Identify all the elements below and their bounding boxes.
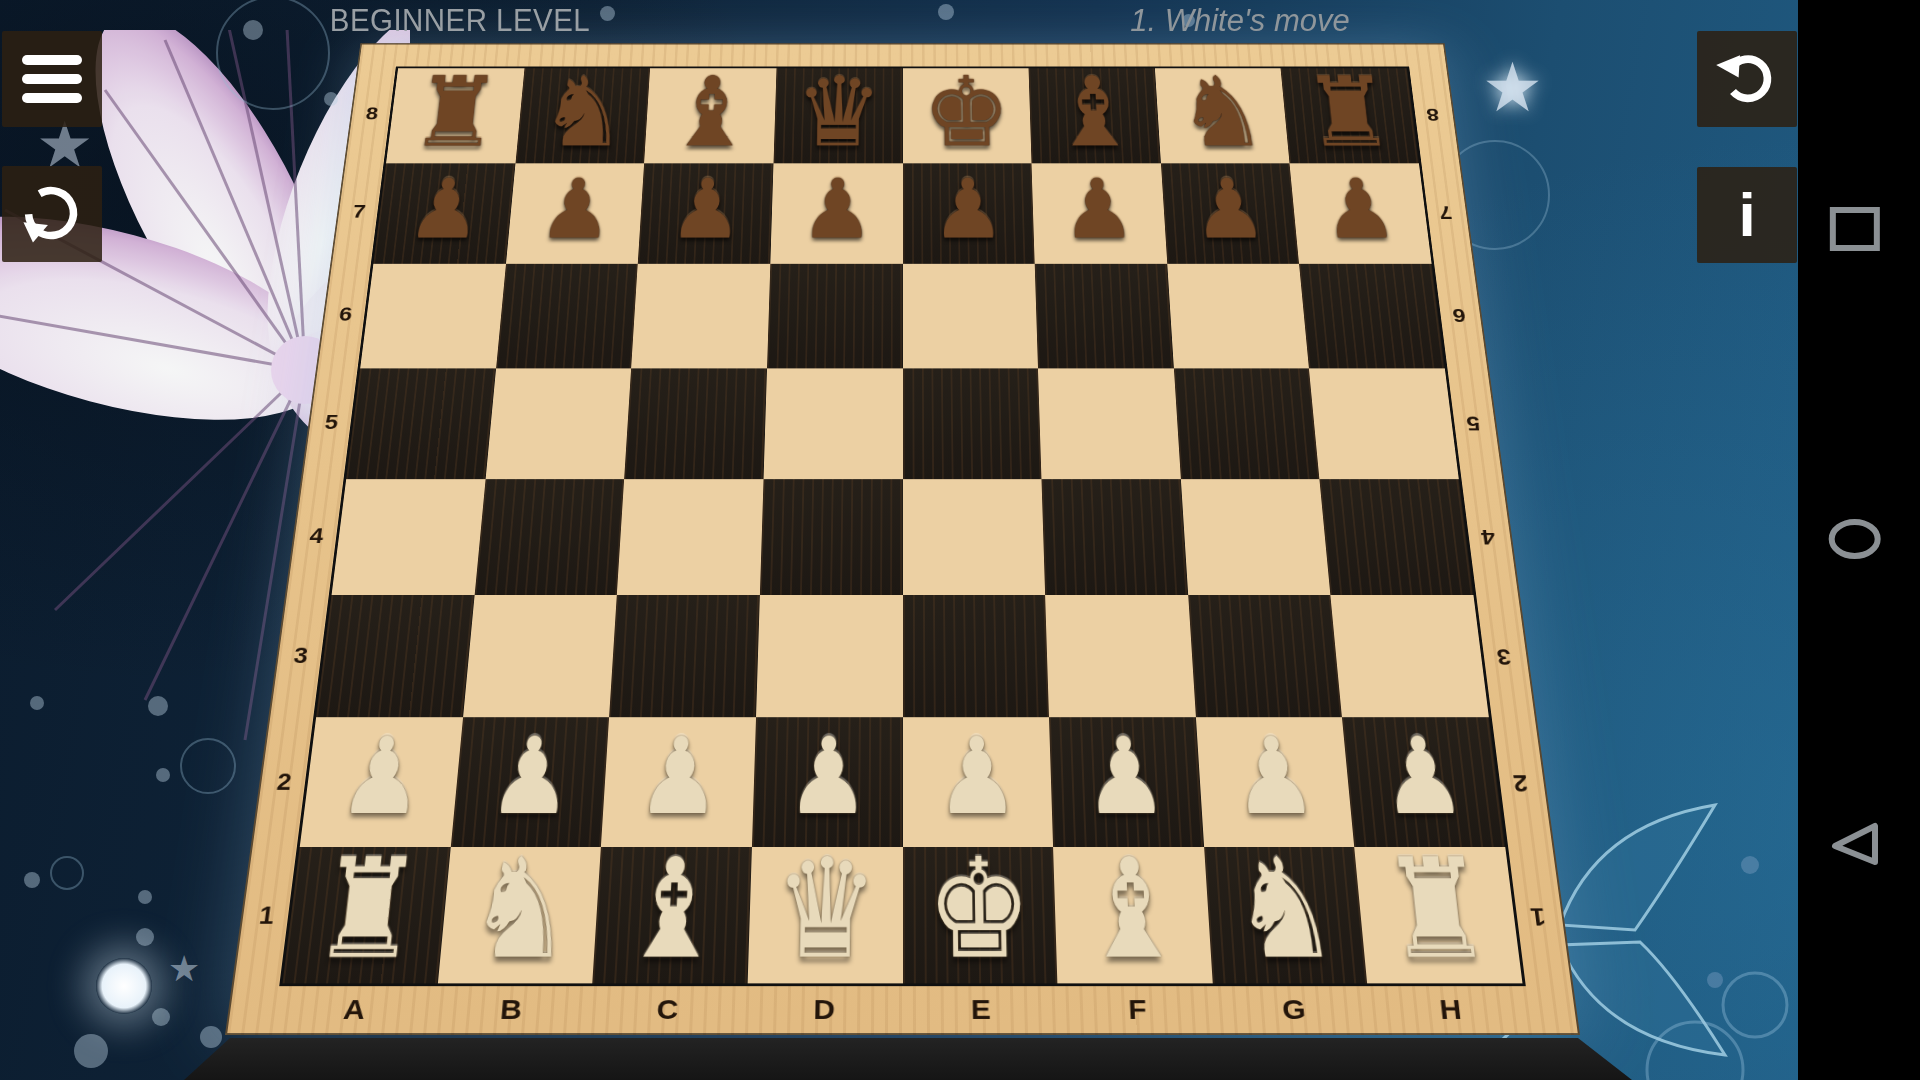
- bokeh-dot: [24, 872, 40, 888]
- square-f2[interactable]: ♟: [1049, 717, 1204, 846]
- square-d3[interactable]: [756, 595, 903, 717]
- square-a2[interactable]: ♟: [300, 717, 463, 846]
- square-h7[interactable]: ♟: [1290, 164, 1432, 264]
- bokeh-ring: [50, 856, 84, 890]
- square-h3[interactable]: [1331, 595, 1489, 717]
- square-e8[interactable]: ♚: [903, 68, 1032, 163]
- square-b1[interactable]: ♞: [438, 847, 602, 984]
- square-e7[interactable]: ♟: [903, 164, 1035, 264]
- coordinate-label: F: [1058, 988, 1217, 1031]
- square-d7[interactable]: ♟: [770, 164, 902, 264]
- bokeh-dot: [138, 890, 152, 904]
- home-circle-icon[interactable]: [1828, 518, 1882, 560]
- square-f6[interactable]: [1035, 264, 1174, 369]
- square-e4[interactable]: [903, 479, 1046, 595]
- square-a7[interactable]: ♟: [373, 164, 515, 264]
- bokeh-dot-bright: [96, 958, 152, 1014]
- coordinate-label: H: [1370, 988, 1531, 1031]
- bokeh-dot: [200, 1026, 222, 1048]
- square-c5[interactable]: [624, 369, 767, 479]
- square-a1[interactable]: ♜: [283, 847, 451, 984]
- square-f3[interactable]: [1045, 595, 1195, 717]
- square-a6[interactable]: [360, 264, 506, 369]
- square-f4[interactable]: [1042, 479, 1188, 595]
- bokeh-dot: [938, 4, 954, 20]
- square-c7[interactable]: ♟: [638, 164, 773, 264]
- info-button[interactable]: i: [1697, 167, 1797, 263]
- square-f7[interactable]: ♟: [1032, 164, 1167, 264]
- square-b4[interactable]: [474, 479, 624, 595]
- square-d2[interactable]: ♟: [752, 717, 903, 846]
- square-g7[interactable]: ♟: [1161, 164, 1300, 264]
- square-d1[interactable]: ♛: [748, 847, 903, 984]
- square-d5[interactable]: [763, 369, 902, 479]
- square-c4[interactable]: [617, 479, 763, 595]
- coordinate-label: E: [903, 988, 1060, 1031]
- bokeh-dot: [243, 20, 263, 40]
- chess-board: ♜♞♝♛♚♝♞♜♟♟♟♟♟♟♟♟♟♟♟♟♟♟♟♟♜♞♝♛♚♝♞♜ 8765432…: [225, 43, 1580, 1035]
- square-c3[interactable]: [609, 595, 759, 717]
- square-d4[interactable]: [760, 479, 903, 595]
- square-e6[interactable]: [903, 264, 1039, 369]
- square-a8[interactable]: ♜: [386, 68, 524, 163]
- square-d6[interactable]: [767, 264, 903, 369]
- square-a5[interactable]: [346, 369, 496, 479]
- square-b7[interactable]: ♟: [506, 164, 645, 264]
- square-g1[interactable]: ♞: [1204, 847, 1368, 984]
- board-front-edge: [0, 1038, 1920, 1080]
- rotate-icon: [18, 180, 86, 248]
- square-d8[interactable]: ♛: [773, 68, 902, 163]
- difficulty-level-label: BEGINNER LEVEL: [308, 3, 612, 39]
- bokeh-dot: [324, 92, 338, 106]
- square-e5[interactable]: [903, 369, 1042, 479]
- bokeh-ring: [180, 738, 236, 794]
- square-f5[interactable]: [1038, 369, 1181, 479]
- square-h1[interactable]: ♜: [1355, 847, 1523, 984]
- recents-square-icon[interactable]: [1829, 206, 1881, 252]
- board-squares: ♜♞♝♛♚♝♞♜♟♟♟♟♟♟♟♟♟♟♟♟♟♟♟♟♜♞♝♛♚♝♞♜: [279, 67, 1526, 987]
- bokeh-dot: [156, 768, 170, 782]
- square-g6[interactable]: [1167, 264, 1309, 369]
- square-b2[interactable]: ♟: [450, 717, 609, 846]
- bokeh-dot: [136, 928, 154, 946]
- undo-button[interactable]: [1697, 31, 1797, 127]
- square-h4[interactable]: [1320, 479, 1474, 595]
- bokeh-dot: [152, 1008, 170, 1026]
- square-a3[interactable]: [316, 595, 474, 717]
- square-g2[interactable]: ♟: [1196, 717, 1355, 846]
- square-h2[interactable]: ♟: [1342, 717, 1505, 846]
- rotate-board-button[interactable]: [2, 166, 102, 262]
- bokeh-dot: [30, 696, 44, 710]
- square-g5[interactable]: [1174, 369, 1320, 479]
- app-screen: ★ ★ ★ ★ ♜♞♝♛♚♝♞♜♟♟♟♟♟♟♟♟♟♟♟♟♟♟♟♟♜♞♝♛♚♝♞♜…: [0, 0, 1920, 1080]
- square-a4[interactable]: [332, 479, 486, 595]
- square-f1[interactable]: ♝: [1053, 847, 1212, 984]
- square-h6[interactable]: [1299, 264, 1445, 369]
- square-b3[interactable]: [463, 595, 617, 717]
- coordinate-label: A: [273, 988, 434, 1031]
- square-b6[interactable]: [496, 264, 638, 369]
- star-decoration: ★: [1482, 48, 1543, 127]
- square-c2[interactable]: ♟: [601, 717, 756, 846]
- hamburger-icon: [22, 55, 82, 103]
- square-g8[interactable]: ♞: [1155, 68, 1290, 163]
- coordinate-label: D: [745, 988, 902, 1031]
- back-triangle-icon[interactable]: [1830, 822, 1880, 866]
- undo-arrow-icon: [1712, 44, 1782, 114]
- square-h8[interactable]: ♜: [1281, 68, 1419, 163]
- square-b5[interactable]: [485, 369, 631, 479]
- square-g3[interactable]: [1188, 595, 1342, 717]
- coordinate-label: B: [431, 988, 591, 1031]
- move-indicator-label: 1. White's move: [1085, 3, 1395, 39]
- square-c6[interactable]: [631, 264, 770, 369]
- square-e1[interactable]: ♚: [903, 847, 1058, 984]
- square-e3[interactable]: [903, 595, 1050, 717]
- file-labels-bottom: ABCDEFGH: [273, 988, 1531, 1031]
- square-h5[interactable]: [1309, 369, 1459, 479]
- bokeh-dot: [148, 696, 168, 716]
- square-e2[interactable]: ♟: [903, 717, 1054, 846]
- square-c1[interactable]: ♝: [593, 847, 752, 984]
- coordinate-label: C: [588, 988, 747, 1031]
- star-decoration: ★: [168, 948, 200, 990]
- square-g4[interactable]: [1181, 479, 1331, 595]
- square-f8[interactable]: ♝: [1029, 68, 1161, 163]
- menu-button[interactable]: [2, 31, 102, 127]
- coordinate-label: G: [1214, 988, 1374, 1031]
- bokeh-dot: [74, 1034, 108, 1068]
- info-icon: i: [1738, 184, 1755, 246]
- square-c8[interactable]: ♝: [644, 68, 776, 163]
- square-b8[interactable]: ♞: [515, 68, 650, 163]
- android-nav-bar: [1798, 0, 1920, 1080]
